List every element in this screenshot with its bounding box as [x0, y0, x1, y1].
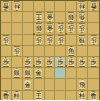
board-square[interactable]: 歩 — [77, 57, 88, 68]
shogi-piece[interactable]: 歩 — [56, 23, 66, 33]
piece-kanji: 桂 — [79, 2, 86, 9]
shogi-piece[interactable]: 歩 — [77, 23, 87, 33]
shogi-piece[interactable]: 金 — [45, 12, 55, 22]
board-square[interactable] — [66, 68, 77, 79]
board-square[interactable]: 歩 — [12, 46, 23, 57]
board-square[interactable]: 香 — [88, 1, 99, 12]
piece-kanji: 銀 — [24, 70, 31, 77]
board-square[interactable] — [45, 68, 56, 79]
board-square[interactable]: 桂 — [77, 91, 88, 101]
shogi-piece[interactable]: 金 — [45, 23, 55, 33]
board-square[interactable]: 金 — [23, 79, 34, 90]
shogi-piece[interactable]: 歩 — [66, 23, 76, 33]
piece-kanji: 歩 — [57, 59, 64, 66]
board-square[interactable]: 歩 — [45, 57, 56, 68]
piece-kanji: 香 — [90, 93, 97, 100]
shogi-piece[interactable]: 歩 — [34, 35, 44, 45]
board-square[interactable]: 歩 — [88, 35, 99, 46]
piece-kanji: 歩 — [46, 59, 53, 66]
board-square[interactable] — [1, 12, 12, 23]
piece-kanji: 歩 — [35, 36, 42, 43]
board-square[interactable]: 歩 — [1, 35, 12, 46]
board-square[interactable] — [23, 35, 34, 46]
board-square[interactable] — [66, 35, 77, 46]
board-square[interactable]: 銀 — [34, 23, 45, 34]
board-square[interactable]: 桂 — [12, 1, 23, 12]
shogi-piece[interactable]: 歩 — [89, 57, 99, 67]
shogi-piece[interactable]: 香 — [89, 1, 99, 11]
board-square[interactable] — [45, 46, 56, 57]
piece-kanji: 歩 — [57, 25, 64, 32]
board-square[interactable] — [55, 91, 66, 101]
board-square[interactable]: 歩 — [55, 23, 66, 34]
piece-kanji: 歩 — [90, 36, 97, 43]
board-square[interactable] — [12, 23, 23, 34]
shogi-piece[interactable]: 歩 — [89, 35, 99, 45]
board-square[interactable]: 飛 — [77, 79, 88, 90]
piece-kanji: 歩 — [79, 25, 86, 32]
board-square[interactable]: 歩 — [34, 57, 45, 68]
board-square[interactable]: 王 — [34, 91, 45, 101]
piece-kanji: 香 — [3, 93, 10, 100]
board-square[interactable] — [88, 12, 99, 23]
piece-kanji: 銀 — [68, 14, 75, 21]
shogi-piece[interactable]: 歩 — [56, 35, 66, 45]
shogi-piece[interactable]: 香 — [89, 91, 99, 101]
board-square[interactable] — [34, 1, 45, 12]
piece-kanji: 桂 — [14, 2, 21, 9]
board-square[interactable]: 金 — [45, 12, 56, 23]
piece-kanji: 歩 — [46, 36, 53, 43]
board-square[interactable] — [23, 23, 34, 34]
shogi-piece[interactable]: 銀 — [23, 68, 33, 78]
board-square[interactable] — [1, 79, 12, 90]
board-square[interactable] — [55, 68, 66, 79]
piece-kanji: 歩 — [14, 47, 21, 54]
board-square[interactable] — [23, 12, 34, 23]
board-square[interactable]: 歩 — [34, 35, 45, 46]
shogi-piece[interactable]: 歩 — [1, 57, 11, 67]
piece-kanji: 桂 — [14, 93, 21, 100]
board-square[interactable] — [23, 91, 34, 101]
shogi-piece[interactable]: 歩 — [56, 57, 66, 67]
board-square[interactable] — [88, 79, 99, 90]
board-square[interactable]: 歩 — [66, 57, 77, 68]
board-square[interactable]: 香 — [88, 91, 99, 101]
shogi-piece[interactable]: 桂 — [77, 91, 87, 101]
piece-kanji: 金 — [35, 70, 42, 77]
board-square[interactable]: 歩 — [66, 23, 77, 34]
board-square[interactable]: 歩 — [55, 57, 66, 68]
piece-kanji: 飛 — [79, 36, 86, 43]
board-square[interactable]: 銀 — [12, 68, 23, 79]
board-square[interactable]: 歩 — [45, 35, 56, 46]
board-square[interactable] — [12, 35, 23, 46]
board-square[interactable] — [45, 91, 56, 101]
board-square[interactable]: 角 — [66, 46, 77, 57]
board-square[interactable] — [88, 23, 99, 34]
board-square[interactable]: 歩 — [55, 35, 66, 46]
piece-kanji: 歩 — [3, 59, 10, 66]
piece-kanji: 飛 — [79, 82, 86, 89]
board-square[interactable] — [77, 68, 88, 79]
shogi-piece[interactable]: 角 — [66, 46, 76, 56]
board-square[interactable] — [12, 12, 23, 23]
board-square[interactable] — [66, 1, 77, 12]
piece-kanji: 歩 — [68, 25, 75, 32]
shogi-piece[interactable]: 銀 — [34, 23, 44, 33]
piece-kanji: 金 — [46, 25, 53, 32]
shogi-piece[interactable]: 角 — [77, 12, 87, 22]
shogi-piece[interactable]: 歩 — [1, 35, 11, 45]
board-square[interactable]: 香 — [1, 91, 12, 101]
board-square[interactable] — [1, 46, 12, 57]
board-square[interactable] — [34, 79, 45, 90]
board-square[interactable] — [66, 91, 77, 101]
shogi-piece[interactable]: 桂 — [12, 91, 22, 101]
shogi-piece[interactable]: 香 — [1, 1, 11, 11]
board-square[interactable] — [55, 1, 66, 12]
board-square[interactable] — [1, 23, 12, 34]
shogi-piece[interactable]: 桂 — [77, 1, 87, 11]
board-square[interactable] — [77, 46, 88, 57]
piece-kanji: 歩 — [35, 59, 42, 66]
shogi-piece[interactable]: 銀 — [12, 68, 22, 78]
shogi-piece[interactable]: 飛 — [77, 79, 87, 89]
board-square[interactable] — [66, 79, 77, 90]
shogi-piece[interactable]: 王 — [34, 12, 44, 22]
shogi-piece[interactable]: 銀 — [66, 12, 76, 22]
piece-kanji: 銀 — [14, 70, 21, 77]
board-square[interactable]: 桂 — [77, 1, 88, 12]
board-square[interactable] — [45, 1, 56, 12]
piece-kanji: 金 — [46, 14, 53, 21]
board-square[interactable] — [55, 46, 66, 57]
piece-kanji: 角 — [79, 14, 86, 21]
shogi-piece[interactable]: 歩 — [34, 57, 44, 67]
piece-kanji: 歩 — [68, 59, 75, 66]
board-square[interactable] — [34, 46, 45, 57]
board-square[interactable]: 王 — [34, 12, 45, 23]
piece-kanji: 桂 — [79, 93, 86, 100]
shogi-piece[interactable]: 金 — [23, 79, 33, 89]
shogi-piece[interactable]: 歩 — [12, 46, 22, 56]
board-square[interactable] — [12, 57, 23, 68]
shogi-piece[interactable]: 桂 — [12, 1, 22, 11]
board-square[interactable] — [23, 1, 34, 12]
piece-kanji: 王 — [35, 93, 42, 100]
piece-kanji: 銀 — [35, 25, 42, 32]
piece-kanji: 歩 — [79, 59, 86, 66]
board-square[interactable]: 香 — [1, 1, 12, 12]
board-square[interactable] — [23, 46, 34, 57]
board-square[interactable] — [55, 79, 66, 90]
shogi-board: 香桂桂香王金銀角銀金歩歩歩歩歩歩歩飛歩歩角歩歩歩歩歩歩歩歩銀銀金金飛香桂王桂香 — [0, 0, 100, 100]
board-square[interactable] — [45, 79, 56, 90]
piece-kanji: 王 — [35, 14, 42, 21]
shogi-piece[interactable]: 香 — [1, 91, 11, 101]
piece-kanji: 歩 — [90, 59, 97, 66]
board-square[interactable]: 歩 — [88, 57, 99, 68]
board-square[interactable]: 歩 — [77, 23, 88, 34]
board-square[interactable]: 銀 — [66, 12, 77, 23]
board-square[interactable] — [88, 68, 99, 79]
piece-kanji: 香 — [3, 2, 10, 9]
board-square[interactable] — [1, 68, 12, 79]
piece-kanji: 歩 — [3, 36, 10, 43]
board-square[interactable]: 角 — [77, 12, 88, 23]
shogi-piece[interactable]: 金 — [34, 68, 44, 78]
shogi-piece[interactable]: 歩 — [77, 57, 87, 67]
board-square[interactable]: 歩 — [1, 57, 12, 68]
piece-kanji: 香 — [90, 2, 97, 9]
shogi-piece[interactable]: 歩 — [45, 35, 55, 45]
shogi-piece[interactable]: 歩 — [66, 57, 76, 67]
board-square[interactable] — [12, 79, 23, 90]
board-square[interactable]: 銀 — [23, 68, 34, 79]
shogi-piece[interactable]: 歩 — [45, 57, 55, 67]
board-square[interactable]: 飛 — [77, 35, 88, 46]
piece-kanji: 歩 — [24, 59, 31, 66]
board-square[interactable]: 桂 — [12, 91, 23, 101]
board-square[interactable]: 金 — [34, 68, 45, 79]
shogi-piece[interactable]: 歩 — [23, 57, 33, 67]
piece-kanji: 歩 — [57, 36, 64, 43]
piece-kanji: 角 — [68, 48, 75, 55]
board-square[interactable] — [88, 46, 99, 57]
piece-kanji: 金 — [24, 82, 31, 89]
board-square[interactable] — [55, 12, 66, 23]
board-square[interactable]: 金 — [45, 23, 56, 34]
shogi-piece[interactable]: 王 — [34, 91, 44, 101]
shogi-piece[interactable]: 飛 — [77, 35, 87, 45]
board-square[interactable]: 歩 — [23, 57, 34, 68]
